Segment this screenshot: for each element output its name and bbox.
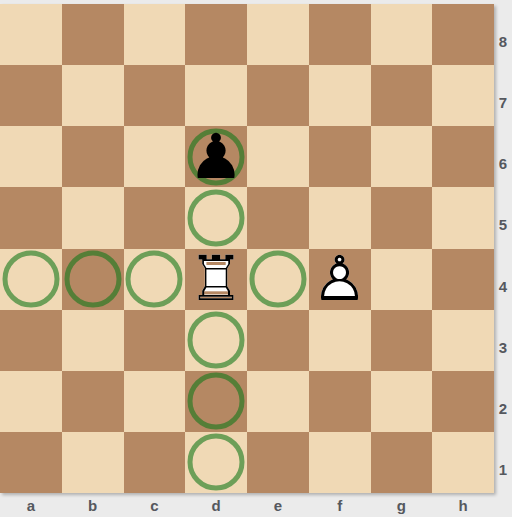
square-g3[interactable]: [371, 310, 433, 371]
move-dest-circle-d3[interactable]: [188, 312, 245, 369]
square-b4[interactable]: [62, 249, 124, 310]
black-pawn-glyph: ♟: [185, 126, 247, 187]
square-f2[interactable]: [309, 371, 371, 432]
square-b6[interactable]: [62, 126, 124, 187]
square-c7[interactable]: [124, 65, 186, 126]
chess-practice-page: ♟♜♖♟♙ 87654321 abcdefgh: [0, 0, 512, 517]
white-pawn-outline-glyph: ♙: [309, 249, 371, 310]
move-dest-circle-d1[interactable]: [188, 434, 245, 491]
square-c4[interactable]: [124, 249, 186, 310]
file-label-d: d: [185, 493, 247, 517]
piece-white-pawn[interactable]: ♟♙: [309, 249, 371, 310]
square-f8[interactable]: [309, 4, 371, 65]
square-e4[interactable]: [247, 249, 309, 310]
square-g6[interactable]: [371, 126, 433, 187]
square-h7[interactable]: [432, 65, 494, 126]
file-coordinates: abcdefgh: [0, 493, 494, 517]
file-label-h: h: [432, 493, 494, 517]
square-a6[interactable]: [0, 126, 62, 187]
square-b2[interactable]: [62, 371, 124, 432]
square-g5[interactable]: [371, 187, 433, 248]
rank-label-7: 7: [494, 72, 512, 133]
square-f1[interactable]: [309, 432, 371, 493]
square-e3[interactable]: [247, 310, 309, 371]
piece-white-rook[interactable]: ♜♖: [185, 249, 247, 310]
square-h1[interactable]: [432, 432, 494, 493]
square-f5[interactable]: [309, 187, 371, 248]
square-e8[interactable]: [247, 4, 309, 65]
square-f4[interactable]: ♟♙: [309, 249, 371, 310]
square-b3[interactable]: [62, 310, 124, 371]
file-label-a: a: [0, 493, 62, 517]
square-a1[interactable]: [0, 432, 62, 493]
square-c1[interactable]: [124, 432, 186, 493]
square-a8[interactable]: [0, 4, 62, 65]
move-dest-circle-d5[interactable]: [188, 189, 245, 246]
file-label-f: f: [309, 493, 371, 517]
square-a3[interactable]: [0, 310, 62, 371]
file-label-c: c: [124, 493, 186, 517]
file-label-b: b: [62, 493, 124, 517]
rank-label-1: 1: [494, 439, 512, 500]
square-g1[interactable]: [371, 432, 433, 493]
square-d7[interactable]: [185, 65, 247, 126]
move-dest-circle-b4[interactable]: [64, 251, 121, 308]
square-e1[interactable]: [247, 432, 309, 493]
square-d3[interactable]: [185, 310, 247, 371]
chess-board: ♟♜♖♟♙: [0, 4, 494, 493]
square-h4[interactable]: [432, 249, 494, 310]
file-label-e: e: [247, 493, 309, 517]
square-b7[interactable]: [62, 65, 124, 126]
rank-label-4: 4: [494, 256, 512, 317]
rank-label-6: 6: [494, 133, 512, 194]
rank-label-8: 8: [494, 11, 512, 72]
move-dest-circle-e4[interactable]: [249, 251, 306, 308]
piece-black-pawn[interactable]: ♟: [185, 126, 247, 187]
square-g8[interactable]: [371, 4, 433, 65]
square-h6[interactable]: [432, 126, 494, 187]
square-h3[interactable]: [432, 310, 494, 371]
square-b5[interactable]: [62, 187, 124, 248]
file-label-g: g: [371, 493, 433, 517]
square-c2[interactable]: [124, 371, 186, 432]
rank-label-2: 2: [494, 378, 512, 439]
square-b1[interactable]: [62, 432, 124, 493]
move-dest-circle-a4[interactable]: [2, 251, 59, 308]
square-e6[interactable]: [247, 126, 309, 187]
rank-label-5: 5: [494, 194, 512, 255]
rank-coordinates: 87654321: [494, 4, 512, 493]
square-f7[interactable]: [309, 65, 371, 126]
square-a2[interactable]: [0, 371, 62, 432]
square-g2[interactable]: [371, 371, 433, 432]
square-c3[interactable]: [124, 310, 186, 371]
rank-label-3: 3: [494, 317, 512, 378]
white-rook-outline-glyph: ♖: [185, 249, 247, 310]
move-dest-circle-c4[interactable]: [126, 251, 183, 308]
square-c5[interactable]: [124, 187, 186, 248]
square-a7[interactable]: [0, 65, 62, 126]
square-f3[interactable]: [309, 310, 371, 371]
square-c8[interactable]: [124, 4, 186, 65]
move-dest-circle-d2[interactable]: [188, 373, 245, 430]
square-a4[interactable]: [0, 249, 62, 310]
square-e7[interactable]: [247, 65, 309, 126]
square-b8[interactable]: [62, 4, 124, 65]
square-g7[interactable]: [371, 65, 433, 126]
square-c6[interactable]: [124, 126, 186, 187]
square-h5[interactable]: [432, 187, 494, 248]
square-d1[interactable]: [185, 432, 247, 493]
square-f6[interactable]: [309, 126, 371, 187]
square-e5[interactable]: [247, 187, 309, 248]
square-d2[interactable]: [185, 371, 247, 432]
square-h8[interactable]: [432, 4, 494, 65]
square-g4[interactable]: [371, 249, 433, 310]
square-a5[interactable]: [0, 187, 62, 248]
square-e2[interactable]: [247, 371, 309, 432]
square-d6[interactable]: ♟: [185, 126, 247, 187]
square-h2[interactable]: [432, 371, 494, 432]
square-d5[interactable]: [185, 187, 247, 248]
square-d4[interactable]: ♜♖: [185, 249, 247, 310]
square-d8[interactable]: [185, 4, 247, 65]
